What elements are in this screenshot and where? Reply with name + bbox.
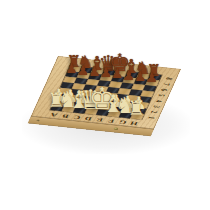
black-pawn-f7[interactable]: ♟: [123, 69, 135, 83]
black-pawn-h7[interactable]: ♟: [145, 71, 157, 85]
product-photo-scene: ABCDEFGH 87654321 ♜♞♝♛♚♝♞♜♟♟♟♟♟♟♟♟♟♟♟♟♟♟…: [0, 0, 210, 210]
black-pawn-e7[interactable]: ♟: [111, 67, 123, 81]
clasp-knob-icon: [113, 127, 118, 130]
white-rook-h1[interactable]: ♜: [127, 98, 145, 118]
black-pawn-d7[interactable]: ♟: [100, 66, 112, 80]
black-pawn-g7[interactable]: ♟: [134, 70, 146, 84]
black-pawn-a7[interactable]: ♟: [65, 62, 77, 76]
rank-label-1: 1: [144, 114, 159, 122]
pieces-layer: ♜♞♝♛♚♝♞♜♟♟♟♟♟♟♟♟♟♟♟♟♟♟♟♟♜♞♝♛♚♝♞♜: [50, 65, 162, 119]
black-pawn-b7[interactable]: ♟: [77, 64, 89, 78]
hinge-screw-icon: [36, 120, 39, 122]
black-pawn-c7[interactable]: ♟: [88, 65, 100, 79]
